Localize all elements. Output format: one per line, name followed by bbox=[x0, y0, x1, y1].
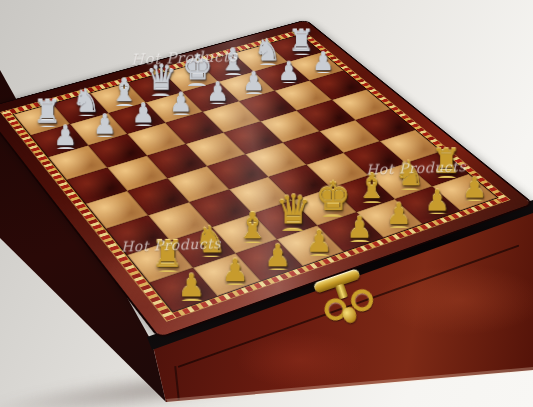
square-e2 bbox=[292, 188, 356, 226]
square-f3 bbox=[306, 153, 368, 188]
square-a1 bbox=[149, 268, 217, 312]
square-c2 bbox=[212, 214, 277, 254]
square-a5 bbox=[67, 168, 128, 204]
latch-post bbox=[335, 283, 348, 299]
square-g2 bbox=[369, 163, 433, 199]
square-d3 bbox=[229, 177, 292, 214]
square-c3 bbox=[189, 189, 252, 227]
square-d1 bbox=[277, 226, 344, 267]
square-e1 bbox=[317, 212, 383, 251]
square-h2 bbox=[405, 151, 468, 186]
square-b3 bbox=[148, 202, 212, 241]
square-a4 bbox=[86, 191, 148, 229]
square-d4 bbox=[207, 154, 268, 189]
square-c4 bbox=[168, 166, 230, 202]
square-g1 bbox=[395, 186, 460, 224]
square-f2 bbox=[331, 175, 395, 212]
product-photo-scene: ♜♞♝♛♚♝♞♜♟♟♟♟♟♟♟♟♜♞♝♛♚♝♞♜♟♟♟♟♟♟♟♟ Hot Pro… bbox=[0, 0, 533, 407]
square-f1 bbox=[357, 199, 423, 237]
square-e3 bbox=[268, 165, 331, 201]
square-b4 bbox=[127, 178, 189, 215]
square-b1 bbox=[193, 253, 260, 296]
square-h1 bbox=[432, 174, 497, 211]
square-d2 bbox=[252, 201, 317, 240]
square-b2 bbox=[170, 227, 235, 268]
square-a3 bbox=[106, 215, 170, 255]
square-a2 bbox=[127, 241, 193, 283]
square-c1 bbox=[236, 239, 303, 281]
square-b5 bbox=[107, 156, 167, 191]
